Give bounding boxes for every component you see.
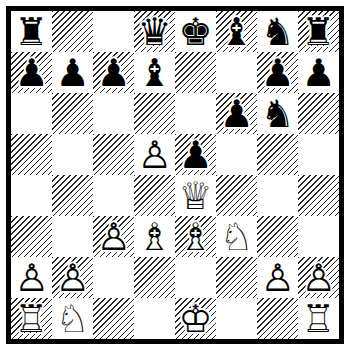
square-b6[interactable] [52, 93, 93, 134]
square-d2[interactable] [134, 257, 175, 298]
black-knight-icon: ♞ [257, 93, 298, 134]
black-pawn-icon: ♟ [298, 52, 339, 93]
white-knight-icon: ♘ [216, 216, 257, 257]
square-d3[interactable]: ♝♗ [134, 216, 175, 257]
square-f3[interactable]: ♞♘ [216, 216, 257, 257]
square-a4[interactable] [11, 175, 52, 216]
black-pawn-icon: ♟ [216, 93, 257, 134]
white-king-icon: ♔ [175, 298, 216, 339]
square-g7[interactable]: ♟ [257, 52, 298, 93]
square-c6[interactable] [93, 93, 134, 134]
square-a2[interactable]: ♟♙ [11, 257, 52, 298]
chess-board: ♜♛♚♝♞♜♟♟♟♝♟♟♟♞♟♙♟♛♕♟♙♝♗♝♗♞♘♟♙♟♙♟♙♟♙♜♖♞♘♚… [11, 11, 339, 339]
square-f8[interactable]: ♝ [216, 11, 257, 52]
black-rook-icon: ♜ [11, 11, 52, 52]
square-b2[interactable]: ♟♙ [52, 257, 93, 298]
square-f7[interactable] [216, 52, 257, 93]
square-h2[interactable]: ♟♙ [298, 257, 339, 298]
square-e1[interactable]: ♚♔ [175, 298, 216, 339]
white-pawn-fill: ♟ [298, 257, 339, 298]
square-c4[interactable] [93, 175, 134, 216]
white-knight-fill: ♞ [216, 216, 257, 257]
square-c5[interactable] [93, 134, 134, 175]
square-f2[interactable] [216, 257, 257, 298]
white-rook-icon: ♖ [298, 298, 339, 339]
square-h3[interactable] [298, 216, 339, 257]
white-king-fill: ♚ [175, 298, 216, 339]
square-e7[interactable] [175, 52, 216, 93]
white-queen-icon: ♕ [175, 175, 216, 216]
square-g5[interactable] [257, 134, 298, 175]
square-h5[interactable] [298, 134, 339, 175]
square-b4[interactable] [52, 175, 93, 216]
white-rook-fill: ♜ [11, 298, 52, 339]
square-c8[interactable] [93, 11, 134, 52]
black-king-icon: ♚ [175, 11, 216, 52]
square-g8[interactable]: ♞ [257, 11, 298, 52]
square-c7[interactable]: ♟ [93, 52, 134, 93]
square-f1[interactable] [216, 298, 257, 339]
square-e8[interactable]: ♚ [175, 11, 216, 52]
white-pawn-fill: ♟ [11, 257, 52, 298]
black-pawn-icon: ♟ [175, 134, 216, 175]
square-h4[interactable] [298, 175, 339, 216]
square-a6[interactable] [11, 93, 52, 134]
square-h6[interactable] [298, 93, 339, 134]
white-knight-icon: ♘ [52, 298, 93, 339]
square-g2[interactable]: ♟♙ [257, 257, 298, 298]
white-pawn-icon: ♙ [298, 257, 339, 298]
square-a3[interactable] [11, 216, 52, 257]
white-queen-fill: ♛ [175, 175, 216, 216]
square-h7[interactable]: ♟ [298, 52, 339, 93]
square-c2[interactable] [93, 257, 134, 298]
square-b5[interactable] [52, 134, 93, 175]
black-queen-icon: ♛ [134, 11, 175, 52]
square-g1[interactable] [257, 298, 298, 339]
square-d1[interactable] [134, 298, 175, 339]
square-d4[interactable] [134, 175, 175, 216]
square-f4[interactable] [216, 175, 257, 216]
square-a7[interactable]: ♟ [11, 52, 52, 93]
square-e4[interactable]: ♛♕ [175, 175, 216, 216]
white-bishop-fill: ♝ [175, 216, 216, 257]
square-a5[interactable] [11, 134, 52, 175]
square-e3[interactable]: ♝♗ [175, 216, 216, 257]
black-bishop-icon: ♝ [216, 11, 257, 52]
square-a1[interactable]: ♜♖ [11, 298, 52, 339]
square-c1[interactable] [93, 298, 134, 339]
square-b8[interactable] [52, 11, 93, 52]
square-h1[interactable]: ♜♖ [298, 298, 339, 339]
black-pawn-icon: ♟ [52, 52, 93, 93]
black-knight-icon: ♞ [257, 11, 298, 52]
white-knight-fill: ♞ [52, 298, 93, 339]
square-d6[interactable] [134, 93, 175, 134]
black-pawn-icon: ♟ [257, 52, 298, 93]
square-b7[interactable]: ♟ [52, 52, 93, 93]
black-pawn-icon: ♟ [11, 52, 52, 93]
white-pawn-icon: ♙ [93, 216, 134, 257]
square-e2[interactable] [175, 257, 216, 298]
square-g3[interactable] [257, 216, 298, 257]
white-bishop-icon: ♗ [175, 216, 216, 257]
white-pawn-icon: ♙ [52, 257, 93, 298]
white-bishop-fill: ♝ [134, 216, 175, 257]
square-e6[interactable] [175, 93, 216, 134]
square-b1[interactable]: ♞♘ [52, 298, 93, 339]
white-pawn-icon: ♙ [134, 134, 175, 175]
square-e5[interactable]: ♟ [175, 134, 216, 175]
white-pawn-fill: ♟ [134, 134, 175, 175]
chess-board-frame: ♜♛♚♝♞♜♟♟♟♝♟♟♟♞♟♙♟♛♕♟♙♝♗♝♗♞♘♟♙♟♙♟♙♟♙♜♖♞♘♚… [6, 6, 344, 344]
white-pawn-icon: ♙ [11, 257, 52, 298]
square-h8[interactable]: ♜ [298, 11, 339, 52]
square-f5[interactable] [216, 134, 257, 175]
square-c3[interactable]: ♟♙ [93, 216, 134, 257]
square-a8[interactable]: ♜ [11, 11, 52, 52]
square-d8[interactable]: ♛ [134, 11, 175, 52]
square-d7[interactable]: ♝ [134, 52, 175, 93]
black-bishop-icon: ♝ [134, 52, 175, 93]
white-pawn-fill: ♟ [52, 257, 93, 298]
square-g4[interactable] [257, 175, 298, 216]
white-pawn-icon: ♙ [257, 257, 298, 298]
square-b3[interactable] [52, 216, 93, 257]
white-rook-icon: ♖ [11, 298, 52, 339]
white-pawn-fill: ♟ [257, 257, 298, 298]
square-g6[interactable]: ♞ [257, 93, 298, 134]
black-rook-icon: ♜ [298, 11, 339, 52]
square-f6[interactable]: ♟ [216, 93, 257, 134]
white-pawn-fill: ♟ [93, 216, 134, 257]
white-bishop-icon: ♗ [134, 216, 175, 257]
square-d5[interactable]: ♟♙ [134, 134, 175, 175]
black-pawn-icon: ♟ [93, 52, 134, 93]
white-rook-fill: ♜ [298, 298, 339, 339]
